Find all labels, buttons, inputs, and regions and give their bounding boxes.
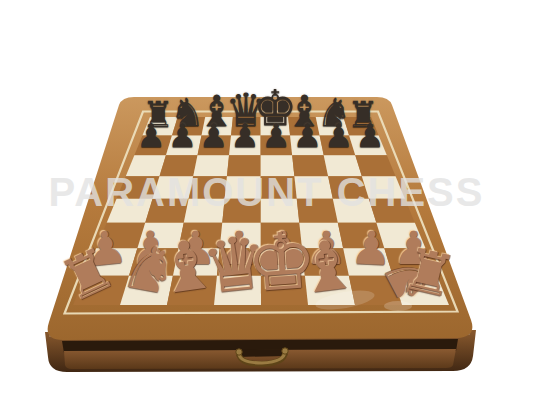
square-f8	[288, 117, 319, 135]
square-f2	[302, 248, 349, 275]
square-b3	[137, 223, 183, 249]
square-d5	[225, 176, 261, 198]
square-c7	[197, 135, 231, 155]
square-g6	[324, 155, 362, 176]
chess-box-product-photo: ♜♞♝♛♚♝♞♜♟♟♟♟♟♟♟♟♟♟♟♟♟♟♟♟♜♞♝♛♚♝♞♜ PARAMOU…	[0, 0, 533, 401]
square-g7	[320, 135, 356, 155]
square-c4	[184, 199, 225, 223]
square-c3	[179, 223, 223, 249]
square-g5	[328, 176, 369, 198]
square-g3	[338, 223, 385, 249]
square-c8	[201, 117, 232, 135]
square-b5	[153, 176, 194, 198]
square-b1	[120, 276, 173, 305]
square-d1	[214, 276, 261, 305]
square-c1	[167, 276, 217, 305]
square-d4	[222, 199, 261, 223]
square-d8	[231, 117, 261, 135]
square-b4	[145, 199, 188, 223]
square-c6	[193, 155, 229, 176]
square-b8	[172, 117, 205, 135]
square-d6	[227, 155, 261, 176]
square-e1	[261, 276, 308, 305]
square-e3	[261, 223, 302, 249]
square-e6	[261, 155, 295, 176]
square-e8	[261, 117, 291, 135]
square-g4	[333, 199, 377, 223]
square-e2	[261, 248, 305, 275]
square-c5	[189, 176, 227, 198]
square-g8	[316, 117, 349, 135]
square-c2	[173, 248, 220, 275]
square-d3	[220, 223, 261, 249]
square-g2	[343, 248, 393, 275]
square-d7	[229, 135, 261, 155]
square-f4	[297, 199, 338, 223]
chess-board	[0, 0, 533, 401]
square-f5	[294, 176, 332, 198]
square-e7	[261, 135, 293, 155]
square-b6	[159, 155, 197, 176]
square-e4	[261, 199, 300, 223]
square-e5	[261, 176, 297, 198]
square-f3	[299, 223, 343, 249]
square-f7	[290, 135, 324, 155]
square-f6	[292, 155, 328, 176]
drawer-handle-icon	[236, 348, 288, 364]
square-b2	[129, 248, 179, 275]
square-b7	[166, 135, 202, 155]
square-d2	[217, 248, 261, 275]
